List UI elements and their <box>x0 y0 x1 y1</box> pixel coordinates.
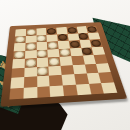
checkers-board[interactable] <box>9 26 117 100</box>
checker-piece-light[interactable] <box>59 49 70 56</box>
checker-piece-dark[interactable] <box>69 41 80 48</box>
checker-piece-light[interactable] <box>25 59 35 67</box>
board-square[interactable] <box>37 86 51 98</box>
checker-piece-light[interactable] <box>26 43 36 50</box>
checker-piece-light[interactable] <box>37 67 48 76</box>
checker-piece-light[interactable] <box>37 35 46 42</box>
checker-piece-light[interactable] <box>15 36 25 43</box>
checker-piece-light[interactable] <box>14 51 24 59</box>
checker-piece-dark[interactable] <box>91 40 102 47</box>
checker-piece-dark[interactable] <box>58 34 68 40</box>
board-square[interactable] <box>50 85 64 97</box>
checker-piece-light[interactable] <box>37 50 47 58</box>
checker-piece-dark[interactable] <box>78 33 88 39</box>
board-square[interactable] <box>101 82 117 94</box>
board-square[interactable] <box>9 87 23 99</box>
checker-piece-light[interactable] <box>48 42 58 49</box>
board-square[interactable] <box>23 87 37 99</box>
checker-piece-light[interactable] <box>49 57 60 65</box>
product-photo: ♜ ♞ ♟ ♝ ♙ <box>0 0 130 130</box>
